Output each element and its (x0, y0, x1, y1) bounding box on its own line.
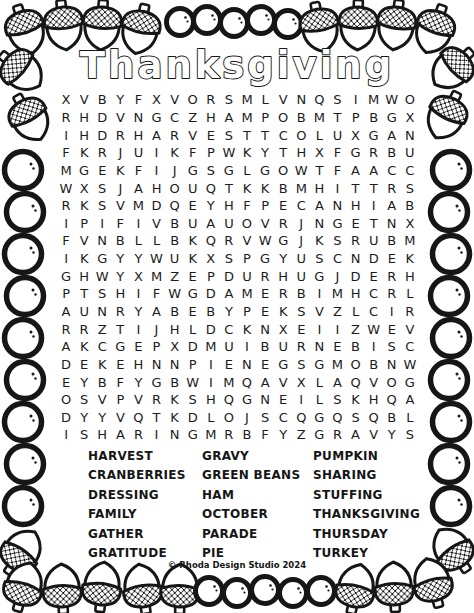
grid-cell[interactable]: Q (292, 409, 310, 427)
grid-cell[interactable]: J (111, 179, 129, 197)
grid-cell[interactable]: A (347, 162, 365, 180)
grid-cell[interactable]: E (383, 250, 401, 268)
grid-cell[interactable]: R (274, 214, 292, 232)
grid-cell[interactable]: C (328, 250, 346, 268)
grid-cell[interactable]: S (93, 197, 111, 215)
grid-cell[interactable]: J (111, 144, 129, 162)
grid-cell[interactable]: H (75, 109, 93, 127)
grid-cell[interactable]: A (383, 126, 401, 144)
grid-cell[interactable]: N (256, 391, 274, 409)
grid-cell[interactable]: R (401, 303, 419, 321)
grid-cell[interactable]: I (147, 426, 165, 444)
grid-cell[interactable]: N (328, 197, 346, 215)
grid-cell[interactable]: K (75, 250, 93, 268)
grid-cell[interactable]: B (383, 409, 401, 427)
grid-cell[interactable]: Q (238, 373, 256, 391)
grid-cell[interactable]: I (310, 285, 328, 303)
grid-cell[interactable]: H (111, 285, 129, 303)
grid-cell[interactable]: C (166, 109, 184, 127)
grid-cell[interactable]: H (147, 179, 165, 197)
grid-cell[interactable]: M (328, 285, 346, 303)
grid-cell[interactable]: O (401, 91, 419, 109)
grid-cell[interactable]: B (274, 179, 292, 197)
grid-cell[interactable]: F (111, 214, 129, 232)
grid-cell[interactable]: Y (202, 197, 220, 215)
grid-cell[interactable]: W (93, 267, 111, 285)
grid-cell[interactable]: G (57, 267, 75, 285)
grid-cell[interactable]: R (111, 303, 129, 321)
grid-cell[interactable]: G (401, 373, 419, 391)
grid-cell[interactable]: V (75, 232, 93, 250)
grid-cell[interactable]: V (93, 391, 111, 409)
grid-cell[interactable]: U (238, 267, 256, 285)
grid-cell[interactable]: K (310, 232, 328, 250)
grid-cell[interactable]: N (166, 356, 184, 374)
grid-cell[interactable]: I (129, 214, 147, 232)
grid-cell[interactable]: S (328, 91, 346, 109)
grid-cell[interactable]: P (202, 267, 220, 285)
grid-cell[interactable]: A (383, 197, 401, 215)
grid-cell[interactable]: K (166, 391, 184, 409)
grid-cell[interactable]: U (220, 214, 238, 232)
grid-cell[interactable]: Q (129, 409, 147, 427)
grid-cell[interactable]: S (220, 91, 238, 109)
grid-cell[interactable]: B (383, 144, 401, 162)
grid-cell[interactable]: A (365, 162, 383, 180)
grid-cell[interactable]: X (292, 373, 310, 391)
grid-cell[interactable]: I (57, 126, 75, 144)
grid-cell[interactable]: S (292, 303, 310, 321)
grid-cell[interactable]: L (347, 303, 365, 321)
grid-cell[interactable]: P (256, 109, 274, 127)
grid-cell[interactable]: O (57, 391, 75, 409)
grid-cell[interactable]: T (238, 126, 256, 144)
grid-cell[interactable]: R (147, 391, 165, 409)
grid-cell[interactable]: L (129, 232, 147, 250)
grid-cell[interactable]: E (256, 285, 274, 303)
grid-cell[interactable]: R (57, 320, 75, 338)
grid-cell[interactable]: X (166, 338, 184, 356)
grid-cell[interactable]: G (184, 162, 202, 180)
grid-cell[interactable]: N (256, 320, 274, 338)
grid-cell[interactable]: B (347, 338, 365, 356)
grid-cell[interactable]: E (202, 126, 220, 144)
grid-cell[interactable]: C (401, 162, 419, 180)
grid-cell[interactable]: I (57, 250, 75, 268)
grid-cell[interactable]: K (401, 250, 419, 268)
grid-cell[interactable]: R (166, 126, 184, 144)
grid-cell[interactable]: N (292, 91, 310, 109)
grid-cell[interactable]: R (220, 426, 238, 444)
grid-cell[interactable]: O (383, 373, 401, 391)
grid-cell[interactable]: X (310, 144, 328, 162)
grid-cell[interactable]: C (365, 303, 383, 321)
grid-cell[interactable]: G (111, 338, 129, 356)
grid-cell[interactable]: Q (347, 373, 365, 391)
grid-cell[interactable]: L (256, 91, 274, 109)
grid-cell[interactable]: X (347, 126, 365, 144)
grid-cell[interactable]: R (220, 232, 238, 250)
grid-cell[interactable]: Q (220, 391, 238, 409)
grid-cell[interactable]: G (256, 162, 274, 180)
grid-cell[interactable]: V (166, 91, 184, 109)
grid-cell[interactable]: H (75, 126, 93, 144)
grid-cell[interactable]: B (166, 373, 184, 391)
grid-cell[interactable]: H (75, 267, 93, 285)
grid-cell[interactable]: I (202, 373, 220, 391)
grid-cell[interactable]: V (310, 303, 328, 321)
grid-cell[interactable]: U (365, 232, 383, 250)
grid-cell[interactable]: A (310, 197, 328, 215)
grid-cell[interactable]: D (365, 250, 383, 268)
grid-cell[interactable]: S (383, 338, 401, 356)
grid-cell[interactable]: A (57, 338, 75, 356)
grid-cell[interactable]: V (111, 109, 129, 127)
grid-cell[interactable]: G (365, 126, 383, 144)
grid-cell[interactable]: I (147, 162, 165, 180)
grid-cell[interactable]: B (111, 232, 129, 250)
grid-cell[interactable]: J (328, 267, 346, 285)
grid-cell[interactable]: C (401, 338, 419, 356)
grid-cell[interactable]: F (256, 426, 274, 444)
grid-cell[interactable]: H (220, 197, 238, 215)
grid-cell[interactable]: H (347, 285, 365, 303)
grid-cell[interactable]: F (184, 144, 202, 162)
grid-cell[interactable]: N (310, 214, 328, 232)
grid-cell[interactable]: C (274, 409, 292, 427)
grid-cell[interactable]: H (202, 391, 220, 409)
grid-cell[interactable]: U (129, 144, 147, 162)
grid-cell[interactable]: K (184, 250, 202, 268)
grid-cell[interactable]: Z (347, 320, 365, 338)
grid-cell[interactable]: B (401, 197, 419, 215)
grid-cell[interactable]: Z (292, 426, 310, 444)
grid-cell[interactable]: M (292, 179, 310, 197)
grid-cell[interactable]: H (202, 109, 220, 127)
grid-cell[interactable]: R (292, 338, 310, 356)
grid-cell[interactable]: I (147, 144, 165, 162)
grid-cell[interactable]: L (310, 373, 328, 391)
grid-cell[interactable]: O (166, 179, 184, 197)
grid-cell[interactable]: N (383, 356, 401, 374)
grid-cell[interactable]: K (75, 144, 93, 162)
grid-cell[interactable]: T (328, 109, 346, 127)
grid-cell[interactable]: G (184, 285, 202, 303)
grid-cell[interactable]: I (365, 338, 383, 356)
grid-cell[interactable]: B (93, 91, 111, 109)
grid-cell[interactable]: X (202, 250, 220, 268)
grid-cell[interactable]: V (256, 214, 274, 232)
grid-cell[interactable]: N (310, 338, 328, 356)
grid-cell[interactable]: U (75, 303, 93, 321)
grid-cell[interactable]: M (238, 285, 256, 303)
grid-cell[interactable]: Z (328, 303, 346, 321)
grid-cell[interactable]: X (401, 109, 419, 127)
grid-cell[interactable]: S (256, 409, 274, 427)
grid-cell[interactable]: E (220, 356, 238, 374)
grid-cell[interactable]: S (292, 356, 310, 374)
grid-cell[interactable]: P (238, 303, 256, 321)
grid-cell[interactable]: S (347, 409, 365, 427)
grid-cell[interactable]: N (238, 356, 256, 374)
grid-cell[interactable]: X (147, 91, 165, 109)
grid-cell[interactable]: O (238, 214, 256, 232)
grid-cell[interactable]: K (111, 162, 129, 180)
grid-cell[interactable]: V (75, 91, 93, 109)
grid-cell[interactable]: Y (111, 250, 129, 268)
grid-cell[interactable]: E (184, 303, 202, 321)
grid-cell[interactable]: D (184, 409, 202, 427)
grid-cell[interactable]: Y (274, 250, 292, 268)
grid-cell[interactable]: R (383, 267, 401, 285)
grid-cell[interactable]: G (238, 391, 256, 409)
grid-cell[interactable]: Y (383, 426, 401, 444)
grid-cell[interactable]: U (184, 179, 202, 197)
grid-cell[interactable]: S (220, 250, 238, 268)
grid-cell[interactable]: S (93, 285, 111, 303)
grid-cell[interactable]: E (111, 356, 129, 374)
grid-cell[interactable]: G (75, 162, 93, 180)
grid-cell[interactable]: A (220, 109, 238, 127)
grid-cell[interactable]: Z (166, 267, 184, 285)
grid-cell[interactable]: K (75, 338, 93, 356)
grid-cell[interactable]: D (202, 320, 220, 338)
grid-cell[interactable]: N (129, 109, 147, 127)
grid-cell[interactable]: F (129, 162, 147, 180)
grid-cell[interactable]: A (147, 303, 165, 321)
grid-cell[interactable]: O (274, 162, 292, 180)
grid-cell[interactable]: F (57, 232, 75, 250)
grid-cell[interactable]: A (220, 285, 238, 303)
grid-cell[interactable]: D (184, 338, 202, 356)
grid-cell[interactable]: A (401, 391, 419, 409)
grid-cell[interactable]: W (256, 232, 274, 250)
grid-cell[interactable]: T (365, 214, 383, 232)
grid-cell[interactable]: M (310, 109, 328, 127)
grid-cell[interactable]: R (365, 144, 383, 162)
grid-cell[interactable]: D (93, 126, 111, 144)
grid-cell[interactable]: X (129, 267, 147, 285)
grid-cell[interactable]: R (202, 91, 220, 109)
grid-cell[interactable]: M (365, 91, 383, 109)
grid-cell[interactable]: C (274, 126, 292, 144)
grid-cell[interactable]: E (347, 214, 365, 232)
grid-cell[interactable]: E (328, 338, 346, 356)
grid-cell[interactable]: V (129, 391, 147, 409)
grid-cell[interactable]: O (184, 91, 202, 109)
grid-cell[interactable]: U (220, 338, 238, 356)
grid-cell[interactable]: I (129, 320, 147, 338)
grid-cell[interactable]: M (238, 91, 256, 109)
grid-cell[interactable]: S (93, 179, 111, 197)
grid-cell[interactable]: S (184, 391, 202, 409)
grid-cell[interactable]: B (93, 373, 111, 391)
grid-cell[interactable]: G (310, 267, 328, 285)
grid-cell[interactable]: N (147, 356, 165, 374)
grid-cell[interactable]: T (111, 320, 129, 338)
grid-cell[interactable]: P (184, 356, 202, 374)
grid-cell[interactable]: M (202, 338, 220, 356)
grid-cell[interactable]: E (129, 338, 147, 356)
grid-cell[interactable]: H (401, 267, 419, 285)
grid-cell[interactable]: Q (202, 232, 220, 250)
grid-cell[interactable]: H (310, 179, 328, 197)
grid-cell[interactable]: G (274, 232, 292, 250)
grid-cell[interactable]: I (328, 179, 346, 197)
grid-cell[interactable]: P (256, 197, 274, 215)
grid-cell[interactable]: U (274, 338, 292, 356)
grid-cell[interactable]: G (347, 144, 365, 162)
grid-cell[interactable]: P (202, 144, 220, 162)
grid-cell[interactable]: K (238, 320, 256, 338)
grid-cell[interactable]: U (292, 250, 310, 268)
grid-cell[interactable]: J (238, 409, 256, 427)
grid-cell[interactable]: P (75, 214, 93, 232)
grid-cell[interactable]: B (202, 303, 220, 321)
grid-cell[interactable]: I (310, 320, 328, 338)
grid-cell[interactable]: K (347, 391, 365, 409)
grid-cell[interactable]: A (347, 426, 365, 444)
grid-cell[interactable]: F (328, 144, 346, 162)
grid-cell[interactable]: B (383, 232, 401, 250)
grid-cell[interactable]: K (93, 356, 111, 374)
grid-cell[interactable]: G (184, 426, 202, 444)
grid-cell[interactable]: A (57, 303, 75, 321)
grid-cell[interactable]: R (383, 179, 401, 197)
grid-cell[interactable]: J (292, 232, 310, 250)
grid-cell[interactable]: Y (129, 373, 147, 391)
grid-cell[interactable]: L (401, 409, 419, 427)
grid-cell[interactable]: E (274, 391, 292, 409)
grid-cell[interactable]: S (401, 179, 419, 197)
grid-cell[interactable]: I (57, 214, 75, 232)
grid-cell[interactable]: L (238, 162, 256, 180)
grid-cell[interactable]: B (365, 356, 383, 374)
grid-cell[interactable]: R (129, 426, 147, 444)
grid-cell[interactable]: Z (93, 320, 111, 338)
grid-cell[interactable]: I (129, 285, 147, 303)
grid-cell[interactable]: K (274, 303, 292, 321)
grid-cell[interactable]: R (75, 320, 93, 338)
grid-cell[interactable]: R (256, 267, 274, 285)
grid-cell[interactable]: T (347, 179, 365, 197)
grid-cell[interactable]: F (238, 197, 256, 215)
grid-cell[interactable]: O (292, 126, 310, 144)
grid-cell[interactable]: G (328, 214, 346, 232)
grid-cell[interactable]: N (383, 214, 401, 232)
grid-cell[interactable]: Z (184, 109, 202, 127)
grid-cell[interactable]: L (310, 391, 328, 409)
grid-cell[interactable]: T (365, 179, 383, 197)
grid-cell[interactable]: W (365, 320, 383, 338)
grid-cell[interactable]: X (75, 179, 93, 197)
grid-cell[interactable]: P (57, 285, 75, 303)
grid-cell[interactable]: E (184, 197, 202, 215)
grid-cell[interactable]: D (202, 285, 220, 303)
grid-cell[interactable]: Y (274, 426, 292, 444)
grid-cell[interactable]: L (202, 409, 220, 427)
grid-cell[interactable]: Y (111, 267, 129, 285)
grid-cell[interactable]: H (292, 144, 310, 162)
grid-cell[interactable]: R (111, 126, 129, 144)
grid-cell[interactable]: Q (310, 91, 328, 109)
grid-cell[interactable]: Y (75, 373, 93, 391)
grid-cell[interactable]: V (274, 373, 292, 391)
grid-cell[interactable]: B (365, 109, 383, 127)
grid-cell[interactable]: Q (365, 409, 383, 427)
grid-cell[interactable]: Y (75, 409, 93, 427)
grid-cell[interactable]: I (347, 91, 365, 109)
grid-cell[interactable]: F (147, 285, 165, 303)
grid-cell[interactable]: G (220, 162, 238, 180)
grid-cell[interactable]: W (184, 373, 202, 391)
grid-cell[interactable]: C (220, 320, 238, 338)
grid-cell[interactable]: V (184, 126, 202, 144)
grid-cell[interactable]: I (328, 320, 346, 338)
grid-cell[interactable]: H (274, 267, 292, 285)
grid-cell[interactable]: J (166, 162, 184, 180)
grid-cell[interactable]: P (111, 391, 129, 409)
grid-cell[interactable]: G (256, 250, 274, 268)
grid-cell[interactable]: G (310, 356, 328, 374)
grid-cell[interactable]: E (75, 356, 93, 374)
grid-cell[interactable]: M (238, 109, 256, 127)
grid-cell[interactable]: O (220, 409, 238, 427)
grid-cell[interactable]: W (57, 179, 75, 197)
grid-cell[interactable]: K (166, 144, 184, 162)
grid-cell[interactable]: X (57, 91, 75, 109)
grid-cell[interactable]: K (238, 144, 256, 162)
grid-cell[interactable]: L (310, 126, 328, 144)
grid-cell[interactable]: C (93, 338, 111, 356)
grid-cell[interactable]: D (57, 356, 75, 374)
grid-cell[interactable]: K (166, 409, 184, 427)
grid-cell[interactable]: B (166, 232, 184, 250)
grid-cell[interactable]: U (184, 214, 202, 232)
grid-cell[interactable]: U (292, 267, 310, 285)
grid-cell[interactable]: Y (256, 144, 274, 162)
grid-cell[interactable]: U (401, 144, 419, 162)
grid-cell[interactable]: M (147, 267, 165, 285)
grid-cell[interactable]: M (57, 162, 75, 180)
grid-cell[interactable]: D (93, 109, 111, 127)
grid-cell[interactable]: R (93, 144, 111, 162)
grid-cell[interactable]: T (75, 285, 93, 303)
grid-cell[interactable]: W (166, 285, 184, 303)
grid-cell[interactable]: W (147, 250, 165, 268)
grid-cell[interactable]: K (75, 197, 93, 215)
grid-cell[interactable]: H (365, 391, 383, 409)
grid-cell[interactable]: M (220, 373, 238, 391)
grid-cell[interactable]: I (93, 214, 111, 232)
grid-cell[interactable]: D (57, 409, 75, 427)
grid-cell[interactable]: Y (129, 250, 147, 268)
grid-cell[interactable]: G (147, 373, 165, 391)
grid-cell[interactable]: O (274, 109, 292, 127)
grid-cell[interactable]: V (365, 426, 383, 444)
grid-cell[interactable]: Q (202, 179, 220, 197)
grid-cell[interactable]: U (166, 250, 184, 268)
grid-cell[interactable]: H (129, 126, 147, 144)
grid-cell[interactable]: B (166, 214, 184, 232)
grid-cell[interactable]: A (129, 179, 147, 197)
grid-cell[interactable]: N (166, 426, 184, 444)
grid-cell[interactable]: C (365, 285, 383, 303)
grid-cell[interactable]: K (238, 179, 256, 197)
grid-cell[interactable]: W (292, 162, 310, 180)
grid-cell[interactable]: I (383, 303, 401, 321)
grid-cell[interactable]: E (256, 356, 274, 374)
